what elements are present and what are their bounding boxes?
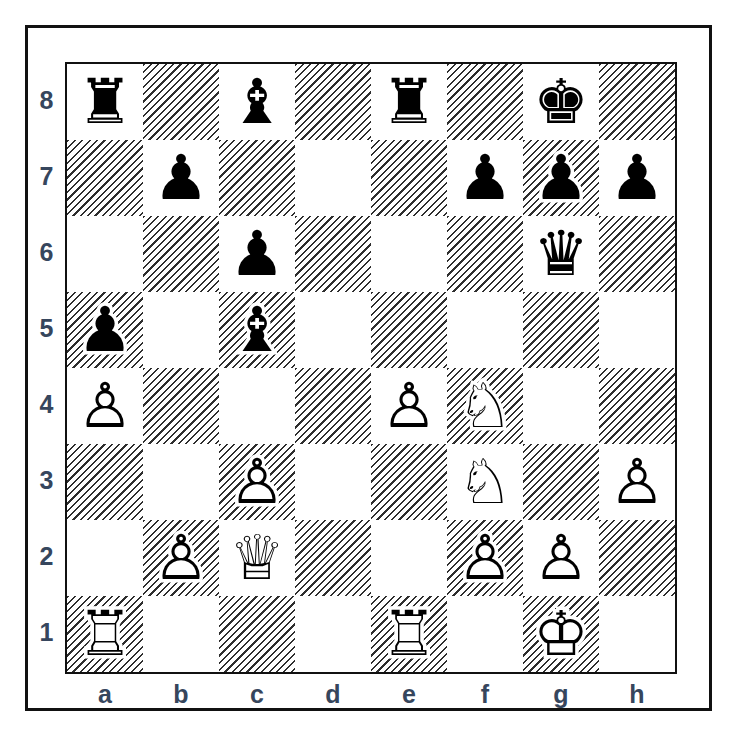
square-f3: ♞♘ — [447, 444, 523, 520]
piece-white-pawn: ♟♙ — [447, 520, 523, 596]
piece-black-queen: ♛♛ — [523, 216, 599, 292]
rank-label-3: 3 — [28, 442, 65, 518]
board-with-rank-labels: 87654321 ♜♜♝♝♜♜♚♚♟♟♟♟♟♟♟♟♟♟♛♛♟♟♝♝♟♙♟♙♞♘♟… — [28, 62, 677, 674]
square-c3: ♟♙ — [219, 444, 295, 520]
piece-white-king: ♚♔ — [523, 596, 599, 672]
square-e7 — [371, 140, 447, 216]
rank-labels-column: 87654321 — [28, 62, 65, 674]
square-c5: ♝♝ — [219, 292, 295, 368]
square-g5 — [523, 292, 599, 368]
square-h6 — [599, 216, 675, 292]
white-knight-f3: ♘ — [447, 444, 523, 520]
white-pawn-b2: ♙ — [143, 520, 219, 596]
square-f1 — [447, 596, 523, 672]
black-pawn-h7: ♟ — [599, 140, 675, 216]
file-labels-row: abcdefgh — [28, 674, 677, 710]
square-h2 — [599, 520, 675, 596]
file-label-f: f — [447, 674, 523, 710]
square-h4 — [599, 368, 675, 444]
black-pawn-a5: ♟ — [67, 292, 143, 368]
square-d8 — [295, 64, 371, 140]
diagram-outer-frame: 87654321 ♜♜♝♝♜♜♚♚♟♟♟♟♟♟♟♟♟♟♛♛♟♟♝♝♟♙♟♙♞♘♟… — [25, 25, 712, 711]
square-c4 — [219, 368, 295, 444]
white-pawn-e4: ♙ — [371, 368, 447, 444]
piece-white-pawn: ♟♙ — [599, 444, 675, 520]
square-f5 — [447, 292, 523, 368]
square-g7: ♟♟ — [523, 140, 599, 216]
square-d4 — [295, 368, 371, 444]
white-pawn-g2: ♙ — [523, 520, 599, 596]
square-b6 — [143, 216, 219, 292]
square-a7 — [67, 140, 143, 216]
rank-label-5: 5 — [28, 290, 65, 366]
file-labels-spacer — [28, 674, 67, 710]
square-c8: ♝♝ — [219, 64, 295, 140]
piece-black-pawn: ♟♟ — [67, 292, 143, 368]
square-e8: ♜♜ — [371, 64, 447, 140]
square-a3 — [67, 444, 143, 520]
white-pawn-h3: ♙ — [599, 444, 675, 520]
piece-white-pawn: ♟♙ — [219, 444, 295, 520]
piece-black-pawn: ♟♟ — [219, 216, 295, 292]
piece-black-bishop: ♝♝ — [219, 292, 295, 368]
square-a4: ♟♙ — [67, 368, 143, 444]
square-g4 — [523, 368, 599, 444]
white-pawn-a4: ♙ — [67, 368, 143, 444]
square-e3 — [371, 444, 447, 520]
square-b5 — [143, 292, 219, 368]
piece-white-rook: ♜♖ — [371, 596, 447, 672]
white-rook-a1: ♖ — [67, 596, 143, 672]
rank-label-2: 2 — [28, 518, 65, 594]
piece-black-pawn: ♟♟ — [599, 140, 675, 216]
square-c6: ♟♟ — [219, 216, 295, 292]
piece-white-queen: ♛♕ — [219, 520, 295, 596]
white-pawn-f2: ♙ — [447, 520, 523, 596]
black-queen-g6: ♛ — [523, 216, 599, 292]
square-d7 — [295, 140, 371, 216]
square-h8 — [599, 64, 675, 140]
square-c1 — [219, 596, 295, 672]
black-pawn-g7: ♟ — [523, 140, 599, 216]
square-d6 — [295, 216, 371, 292]
piece-black-rook: ♜♜ — [371, 64, 447, 140]
file-label-d: d — [295, 674, 371, 710]
black-pawn-f7: ♟ — [447, 140, 523, 216]
square-f4: ♞♘ — [447, 368, 523, 444]
file-label-b: b — [143, 674, 219, 710]
white-pawn-c3: ♙ — [219, 444, 295, 520]
square-a8: ♜♜ — [67, 64, 143, 140]
piece-black-rook: ♜♜ — [67, 64, 143, 140]
rank-label-4: 4 — [28, 366, 65, 442]
square-b1 — [143, 596, 219, 672]
diagram-inner: 87654321 ♜♜♝♝♜♜♚♚♟♟♟♟♟♟♟♟♟♟♛♛♟♟♝♝♟♙♟♙♞♘♟… — [28, 62, 677, 710]
square-b4 — [143, 368, 219, 444]
rank-label-7: 7 — [28, 138, 65, 214]
rank-label-8: 8 — [28, 62, 65, 138]
square-h5 — [599, 292, 675, 368]
black-rook-e8: ♜ — [371, 64, 447, 140]
square-e6 — [371, 216, 447, 292]
file-label-a: a — [67, 674, 143, 710]
square-a5: ♟♟ — [67, 292, 143, 368]
black-pawn-c6: ♟ — [219, 216, 295, 292]
square-c2: ♛♕ — [219, 520, 295, 596]
square-e2 — [371, 520, 447, 596]
square-f2: ♟♙ — [447, 520, 523, 596]
square-h1 — [599, 596, 675, 672]
piece-white-knight: ♞♘ — [447, 444, 523, 520]
rank-label-6: 6 — [28, 214, 65, 290]
square-h7: ♟♟ — [599, 140, 675, 216]
square-b7: ♟♟ — [143, 140, 219, 216]
file-label-h: h — [599, 674, 675, 710]
piece-black-pawn: ♟♟ — [447, 140, 523, 216]
white-queen-c2: ♕ — [219, 520, 295, 596]
black-pawn-b7: ♟ — [143, 140, 219, 216]
rank-label-1: 1 — [28, 594, 65, 670]
file-label-e: e — [371, 674, 447, 710]
square-d1 — [295, 596, 371, 672]
piece-white-pawn: ♟♙ — [67, 368, 143, 444]
square-g1: ♚♔ — [523, 596, 599, 672]
square-f7: ♟♟ — [447, 140, 523, 216]
square-h3: ♟♙ — [599, 444, 675, 520]
white-rook-e1: ♖ — [371, 596, 447, 672]
piece-black-bishop: ♝♝ — [219, 64, 295, 140]
piece-white-knight: ♞♘ — [447, 368, 523, 444]
square-b2: ♟♙ — [143, 520, 219, 596]
square-a2 — [67, 520, 143, 596]
square-g8: ♚♚ — [523, 64, 599, 140]
black-bishop-c8: ♝ — [219, 64, 295, 140]
file-label-c: c — [219, 674, 295, 710]
black-rook-a8: ♜ — [67, 64, 143, 140]
square-a6 — [67, 216, 143, 292]
square-b3 — [143, 444, 219, 520]
square-g2: ♟♙ — [523, 520, 599, 596]
square-f8 — [447, 64, 523, 140]
black-king-g8: ♚ — [523, 64, 599, 140]
square-e1: ♜♖ — [371, 596, 447, 672]
square-f6 — [447, 216, 523, 292]
piece-black-pawn: ♟♟ — [523, 140, 599, 216]
white-knight-f4: ♘ — [447, 368, 523, 444]
square-g3 — [523, 444, 599, 520]
file-label-g: g — [523, 674, 599, 710]
square-d5 — [295, 292, 371, 368]
black-bishop-c5: ♝ — [219, 292, 295, 368]
board: ♜♜♝♝♜♜♚♚♟♟♟♟♟♟♟♟♟♟♛♛♟♟♝♝♟♙♟♙♞♘♟♙♞♘♟♙♟♙♛♕… — [65, 62, 677, 674]
piece-white-pawn: ♟♙ — [143, 520, 219, 596]
piece-white-pawn: ♟♙ — [371, 368, 447, 444]
white-king-g1: ♔ — [523, 596, 599, 672]
square-a1: ♜♖ — [67, 596, 143, 672]
piece-white-pawn: ♟♙ — [523, 520, 599, 596]
square-c7 — [219, 140, 295, 216]
piece-white-rook: ♜♖ — [67, 596, 143, 672]
square-d3 — [295, 444, 371, 520]
square-b8 — [143, 64, 219, 140]
piece-black-king: ♚♚ — [523, 64, 599, 140]
square-d2 — [295, 520, 371, 596]
chess-diagram-screenshot: 87654321 ♜♜♝♝♜♜♚♚♟♟♟♟♟♟♟♟♟♟♛♛♟♟♝♝♟♙♟♙♞♘♟… — [0, 0, 739, 737]
piece-black-pawn: ♟♟ — [143, 140, 219, 216]
square-e5 — [371, 292, 447, 368]
square-g6: ♛♛ — [523, 216, 599, 292]
square-e4: ♟♙ — [371, 368, 447, 444]
